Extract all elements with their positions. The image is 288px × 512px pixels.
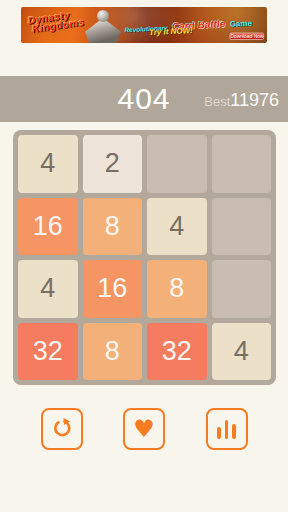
heart-icon: ♥ — [133, 417, 155, 441]
tile-4: 4 — [18, 135, 78, 193]
best-score-label: Best — [204, 94, 230, 109]
best-score: Best11976 — [204, 90, 279, 111]
stats-button[interactable] — [206, 408, 248, 450]
empty-cell — [147, 135, 207, 193]
tile-8: 8 — [147, 260, 207, 318]
tile-4: 4 — [147, 198, 207, 256]
tile-2: 2 — [83, 135, 143, 193]
tile-32: 32 — [147, 323, 207, 381]
score-bar: 404 Best11976 — [0, 76, 288, 122]
tile-4: 4 — [212, 323, 272, 381]
empty-cell — [212, 198, 272, 256]
board-grid[interactable]: 4216844168328324 — [18, 135, 271, 380]
ad-logo: DynastyKingdoms — [27, 8, 85, 34]
ad-character-head — [97, 10, 109, 22]
refresh-icon — [51, 417, 73, 442]
toolbar: ♥ — [0, 407, 288, 451]
tile-4: 4 — [18, 260, 78, 318]
tile-16: 16 — [83, 260, 143, 318]
game-board[interactable]: 4216844168328324 — [13, 130, 276, 385]
ad-banner[interactable]: DynastyKingdoms Revolutionary Card Battl… — [21, 7, 267, 43]
ad-subline: Try it NOW! — [149, 26, 193, 37]
best-score-value: 11976 — [230, 90, 279, 110]
bar-chart-icon — [217, 419, 236, 439]
empty-cell — [212, 260, 272, 318]
ad-download-button[interactable]: Download Now — [230, 33, 264, 40]
tile-32: 32 — [18, 323, 78, 381]
tile-16: 16 — [18, 198, 78, 256]
restart-button[interactable] — [41, 408, 83, 450]
favorite-button[interactable]: ♥ — [123, 408, 165, 450]
ad-headline-post: Game — [230, 19, 253, 29]
tile-8: 8 — [83, 198, 143, 256]
empty-cell — [212, 135, 272, 193]
tile-8: 8 — [83, 323, 143, 381]
